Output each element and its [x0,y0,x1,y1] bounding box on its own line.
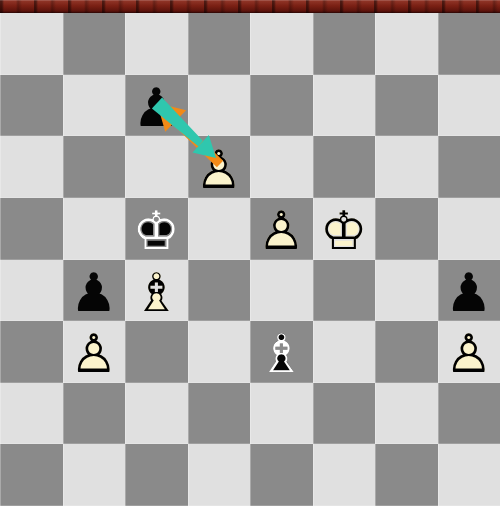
square-a3[interactable] [0,321,63,383]
square-b8[interactable] [63,13,126,75]
piece-black-pawn[interactable]: ♟♙ [125,75,188,137]
square-g8[interactable] [375,13,438,75]
square-h5[interactable] [438,198,500,260]
square-f6[interactable] [313,136,376,198]
piece-black-bishop[interactable]: ♝♗ [250,321,313,383]
square-b3[interactable]: ♟♙ [63,321,126,383]
piece-white-pawn[interactable]: ♟♙ [250,198,313,260]
square-f7[interactable] [313,75,376,137]
square-a4[interactable] [0,260,63,322]
square-a8[interactable] [0,13,63,75]
square-f2[interactable] [313,383,376,445]
square-f1[interactable] [313,444,376,506]
square-e8[interactable] [250,13,313,75]
square-c1[interactable] [125,444,188,506]
piece-white-bishop[interactable]: ♝♗ [125,260,188,322]
chess-app-window: ♟♙♟♙♚♔♟♙♚♔♟♙♝♗♟♙♟♙♝♗♟♙ [0,0,500,506]
square-g3[interactable] [375,321,438,383]
square-c5[interactable]: ♚♔ [125,198,188,260]
square-c2[interactable] [125,383,188,445]
square-h6[interactable] [438,136,500,198]
square-b4[interactable]: ♟♙ [63,260,126,322]
square-d6[interactable]: ♟♙ [188,136,251,198]
piece-black-pawn[interactable]: ♟♙ [438,260,500,322]
square-g4[interactable] [375,260,438,322]
square-c6[interactable] [125,136,188,198]
square-f5[interactable]: ♚♔ [313,198,376,260]
square-e4[interactable] [250,260,313,322]
square-d2[interactable] [188,383,251,445]
square-g5[interactable] [375,198,438,260]
square-a5[interactable] [0,198,63,260]
square-h3[interactable]: ♟♙ [438,321,500,383]
square-e2[interactable] [250,383,313,445]
square-e6[interactable] [250,136,313,198]
square-h8[interactable] [438,13,500,75]
square-b6[interactable] [63,136,126,198]
square-c3[interactable] [125,321,188,383]
square-f4[interactable] [313,260,376,322]
square-g6[interactable] [375,136,438,198]
square-g1[interactable] [375,444,438,506]
square-e7[interactable] [250,75,313,137]
square-h1[interactable] [438,444,500,506]
square-e5[interactable]: ♟♙ [250,198,313,260]
piece-black-pawn[interactable]: ♟♙ [63,260,126,322]
square-g7[interactable] [375,75,438,137]
window-top-bar [0,0,500,13]
square-h2[interactable] [438,383,500,445]
piece-white-pawn[interactable]: ♟♙ [188,136,251,198]
square-d4[interactable] [188,260,251,322]
square-a1[interactable] [0,444,63,506]
square-b7[interactable] [63,75,126,137]
piece-white-king[interactable]: ♚♔ [313,198,376,260]
square-f3[interactable] [313,321,376,383]
square-d8[interactable] [188,13,251,75]
square-h7[interactable] [438,75,500,137]
square-c4[interactable]: ♝♗ [125,260,188,322]
square-g2[interactable] [375,383,438,445]
square-e3[interactable]: ♝♗ [250,321,313,383]
square-a2[interactable] [0,383,63,445]
square-d3[interactable] [188,321,251,383]
square-d5[interactable] [188,198,251,260]
chess-board: ♟♙♟♙♚♔♟♙♚♔♟♙♝♗♟♙♟♙♝♗♟♙ [0,13,500,506]
square-e1[interactable] [250,444,313,506]
square-b1[interactable] [63,444,126,506]
square-c8[interactable] [125,13,188,75]
piece-white-pawn[interactable]: ♟♙ [63,321,126,383]
piece-white-pawn[interactable]: ♟♙ [438,321,500,383]
square-f8[interactable] [313,13,376,75]
square-b5[interactable] [63,198,126,260]
square-a7[interactable] [0,75,63,137]
square-b2[interactable] [63,383,126,445]
square-d1[interactable] [188,444,251,506]
square-d7[interactable] [188,75,251,137]
square-c7[interactable]: ♟♙ [125,75,188,137]
square-h4[interactable]: ♟♙ [438,260,500,322]
piece-black-king[interactable]: ♚♔ [125,198,188,260]
square-a6[interactable] [0,136,63,198]
